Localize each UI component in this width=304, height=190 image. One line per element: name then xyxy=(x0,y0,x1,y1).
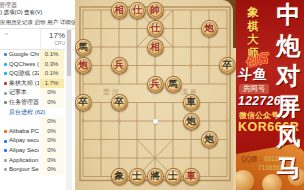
column-header[interactable]: ^ 17% CPU xyxy=(0,28,75,50)
board-intersection: 相 xyxy=(146,38,164,57)
process-row[interactable]: Alibaba PC Saf...0% xyxy=(0,127,66,137)
process-row[interactable]: Google Chrome0.1% xyxy=(0,50,66,60)
piece-black-卒[interactable]: 卒 xyxy=(219,57,236,74)
xiangqi-board: 相仕帥仕炮馬相炮兵卒兵馬卒卒車炮炮象士將士車 xyxy=(75,1,236,186)
platform-logo: 斗鱼 xyxy=(237,66,269,84)
piece-black-卒[interactable]: 卒 xyxy=(111,94,128,111)
piece-black-馬[interactable]: 馬 xyxy=(75,39,92,56)
scrollbar[interactable] xyxy=(66,28,72,190)
piece-black-卒[interactable]: 卒 xyxy=(75,94,92,111)
banner-title-char: 炮 xyxy=(273,31,304,62)
board-intersection: 馬 xyxy=(75,38,92,57)
menu-bar[interactable]: 文件(F) 选项(O) 查看(V) xyxy=(0,9,42,16)
process-row[interactable]: Alipay Security...0% xyxy=(0,146,66,156)
piece-red-仕[interactable]: 仕 xyxy=(129,2,146,19)
tray-piece xyxy=(236,170,254,190)
room-number-label: 房间号 xyxy=(239,84,269,94)
piece-red-相[interactable]: 相 xyxy=(147,39,164,56)
move-marker-dot xyxy=(153,119,158,124)
process-icon xyxy=(4,101,7,104)
task-manager-window: 任务管理器 文件(F) 选项(O) 查看(V) 进程 性能 应用历史记录 启动 … xyxy=(0,0,75,190)
cpu-total: 17% xyxy=(41,31,65,40)
process-name: 象棋大师 (1... xyxy=(9,79,39,89)
piece-red-帥[interactable]: 帥 xyxy=(147,2,164,19)
process-icon xyxy=(4,159,7,162)
cpu-value-cell: 0% xyxy=(40,98,64,108)
brand-char: 象 xyxy=(246,6,260,20)
cpu-value-cell: 0% xyxy=(40,88,64,98)
process-row[interactable]: Bonjour Servic...0% xyxy=(0,165,66,175)
process-icon xyxy=(4,168,7,171)
process-name: 任务管理器 xyxy=(9,98,39,108)
board-intersection: 象 xyxy=(110,167,128,186)
board-panel: 楚河 漢界 相仕帥仕炮馬相炮兵卒兵馬卒卒車炮炮象士將士車 xyxy=(75,0,233,190)
process-name: Bonjour Servic... xyxy=(9,165,39,175)
board-intersection: 車 xyxy=(182,93,200,112)
process-icon xyxy=(4,72,7,75)
board-intersection: 仕 xyxy=(146,19,164,38)
piece-red-兵[interactable]: 兵 xyxy=(111,57,128,74)
board-intersection: 將 xyxy=(146,167,164,186)
board-intersection: 炮 xyxy=(200,19,218,38)
xiangqi-game-window: 楚河 漢界 相仕帥仕炮馬相炮兵卒兵馬卒卒車炮炮象士將士車 xyxy=(75,0,236,190)
process-group-header[interactable]: 后台进程 (62) xyxy=(0,108,66,118)
banner-title-char: 对 xyxy=(273,61,304,92)
cpu-column-header[interactable]: 17% CPU xyxy=(40,29,65,49)
cpu-value-cell: 0% xyxy=(40,165,64,175)
process-icon xyxy=(4,82,7,85)
piece-red-相[interactable]: 相 xyxy=(111,2,128,19)
board-intersection: 仕 xyxy=(128,1,146,20)
sort-arrow-icon: ^ xyxy=(5,32,8,38)
process-name: Alipay security... xyxy=(9,136,39,146)
banner-title-char: 中 xyxy=(273,0,304,31)
process-icon xyxy=(4,53,7,56)
piece-black-炮[interactable]: 炮 xyxy=(201,131,218,148)
piece-black-馬[interactable]: 馬 xyxy=(165,76,182,93)
piece-black-炮[interactable]: 炮 xyxy=(183,113,200,130)
cpu-value-cell: 0% xyxy=(40,146,64,156)
process-row[interactable]: 记事本0% xyxy=(0,88,66,98)
process-name: QQChess (32 位) xyxy=(9,60,39,70)
cpu-value-cell: 0% xyxy=(40,117,64,127)
stream-banner: 象棋大师 创富 斗鱼 房间号 1227260 微信公众号 KOR666R QQ群… xyxy=(236,0,304,190)
tab-bar[interactable]: 进程 性能 应用历史记录 启动 用户 详细信息 服务 xyxy=(0,19,75,26)
piece-black-士[interactable]: 士 xyxy=(129,168,146,185)
process-row[interactable]: 象棋大师 (1...1.7% xyxy=(0,79,66,89)
process-row[interactable]: 0% xyxy=(0,117,66,127)
process-icon xyxy=(4,140,7,143)
piece-black-將[interactable]: 將 xyxy=(147,168,164,185)
board-intersection: 卒 xyxy=(218,56,236,75)
piece-black-象[interactable]: 象 xyxy=(111,168,128,185)
cpu-label: CPU xyxy=(41,40,65,46)
move-marker-cell xyxy=(146,112,164,131)
cpu-value-cell: 0% xyxy=(40,156,64,166)
process-row[interactable]: Application Fr...0% xyxy=(0,156,66,166)
banner-title-char: 风 xyxy=(273,122,304,153)
banner-title-char: 屏 xyxy=(273,92,304,123)
brand-char: 棋 xyxy=(246,20,260,34)
banner-title-char: 马 xyxy=(273,153,304,184)
board-intersection: 車 xyxy=(182,167,200,186)
scrollbar-thumb[interactable] xyxy=(67,30,71,76)
board-intersection: 炮 xyxy=(200,130,218,149)
cpu-value-cell: 0% xyxy=(40,127,64,137)
board-intersection: 士 xyxy=(128,167,146,186)
process-row[interactable]: QQChess (32 位)0.3% xyxy=(0,60,66,70)
cpu-value-cell: 0.1% xyxy=(40,69,64,79)
board-intersection: 相 xyxy=(110,1,128,20)
brand-char: 大 xyxy=(246,33,260,47)
piece-red-兵[interactable]: 兵 xyxy=(147,76,164,93)
board-intersection: 帥 xyxy=(146,1,164,20)
piece-red-炮[interactable]: 炮 xyxy=(75,57,92,74)
piece-red-車[interactable]: 車 xyxy=(183,168,200,185)
board-intersection: 士 xyxy=(164,167,182,186)
cpu-value-cell: 1.7% xyxy=(40,79,64,89)
process-name: Alibaba PC Saf... xyxy=(9,127,39,137)
piece-black-車[interactable]: 車 xyxy=(183,94,200,111)
process-list: Google Chrome0.1%QQChess (32 位)0.3%QQ游戏 … xyxy=(0,50,66,175)
board-intersection: 馬 xyxy=(164,75,182,94)
piece-red-炮[interactable]: 炮 xyxy=(201,20,218,37)
process-name: QQ游戏 (32 位) xyxy=(9,69,39,79)
banner-vertical-title: 中炮对屏风马 xyxy=(273,0,304,183)
piece-red-仕[interactable]: 仕 xyxy=(147,20,164,37)
cpu-value-cell: 0.3% xyxy=(40,60,64,70)
process-row[interactable]: QQ游戏 (32 位)0.1% xyxy=(0,69,66,79)
board-intersection: 卒 xyxy=(110,93,128,112)
cpu-value-cell: 0% xyxy=(40,136,64,146)
process-icon xyxy=(4,92,7,95)
board-intersection: 兵 xyxy=(146,75,164,94)
board-intersection: 炮 xyxy=(75,56,92,75)
cpu-value-cell: 0.1% xyxy=(40,50,64,60)
piece-black-士[interactable]: 士 xyxy=(165,168,182,185)
process-name: Alipay Security... xyxy=(9,146,39,156)
process-row[interactable]: Alipay security...0% xyxy=(0,136,66,146)
board-intersection: 兵 xyxy=(110,56,128,75)
process-name: 后台进程 (62) xyxy=(9,108,69,118)
process-row[interactable]: 任务管理器0% xyxy=(0,98,66,108)
process-name: 记事本 xyxy=(9,88,39,98)
process-name: Application Fr... xyxy=(9,156,39,166)
process-name: Google Chrome xyxy=(9,50,39,60)
qq-label: QQ群： xyxy=(241,155,264,162)
process-icon xyxy=(4,63,7,66)
board-intersection: 卒 xyxy=(75,93,92,112)
process-icon xyxy=(4,130,7,133)
process-icon xyxy=(4,149,7,152)
board-intersection: 炮 xyxy=(182,112,200,131)
